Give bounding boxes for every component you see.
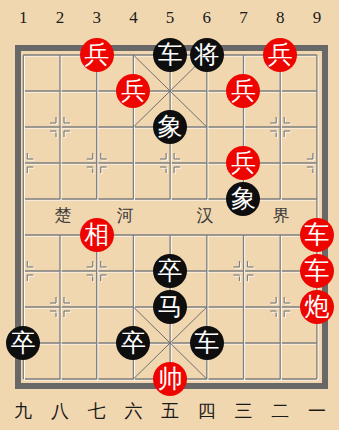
piece-black-elephant-1[interactable]: 象 bbox=[153, 110, 187, 144]
bottom-file-label-5: 五 bbox=[155, 400, 185, 422]
bottom-file-label-2: 八 bbox=[45, 400, 75, 422]
bottom-file-label-3: 七 bbox=[82, 400, 112, 422]
intersection-f9-r8: 炮 bbox=[299, 289, 336, 325]
piece-red-pawn-2[interactable]: 兵 bbox=[263, 38, 297, 72]
intersection-f5-r8: 马 bbox=[152, 289, 189, 325]
intersection-f4-r2: 兵 bbox=[115, 73, 152, 109]
intersection-f5-r7: 卒 bbox=[152, 253, 189, 289]
piece-black-soldier-1[interactable]: 卒 bbox=[153, 254, 187, 288]
bottom-file-label-6: 四 bbox=[192, 400, 222, 422]
intersection-f9-r7: 车 bbox=[299, 253, 336, 289]
bottom-file-label-8: 二 bbox=[265, 400, 295, 422]
intersection-f3-r1: 兵 bbox=[78, 37, 115, 73]
piece-red-pawn-3[interactable]: 兵 bbox=[116, 74, 150, 108]
piece-red-pawn-4[interactable]: 兵 bbox=[226, 74, 260, 108]
piece-black-horse[interactable]: 马 bbox=[153, 290, 187, 324]
intersection-f9-r6: 车 bbox=[299, 217, 336, 253]
intersection-f7-r5: 象 bbox=[225, 181, 262, 217]
xiangqi-board-screen: 123456789 楚河汉界 兵车将兵兵兵象兵象相车卒车马炮卒卒车帅 九八七六五… bbox=[0, 0, 339, 430]
intersection-f5-r10: 帅 bbox=[152, 361, 189, 397]
intersection-f6-r9: 车 bbox=[188, 325, 225, 361]
piece-layer: 兵车将兵兵兵象兵象相车卒车马炮卒卒车帅 bbox=[5, 37, 335, 397]
intersection-f4-r9: 卒 bbox=[115, 325, 152, 361]
bottom-file-label-7: 三 bbox=[229, 400, 259, 422]
piece-red-pawn-1[interactable]: 兵 bbox=[80, 38, 114, 72]
piece-red-pawn-5[interactable]: 兵 bbox=[226, 146, 260, 180]
bottom-file-label-9: 一 bbox=[302, 400, 332, 422]
intersection-f6-r1: 将 bbox=[188, 37, 225, 73]
bottom-file-label-1: 九 bbox=[8, 400, 38, 422]
bottom-file-label-4: 六 bbox=[118, 400, 148, 422]
piece-red-general[interactable]: 帅 bbox=[153, 362, 187, 396]
intersection-f5-r1: 车 bbox=[152, 37, 189, 73]
piece-red-cannon[interactable]: 炮 bbox=[300, 290, 334, 324]
intersection-f3-r6: 相 bbox=[78, 217, 115, 253]
intersection-f5-r3: 象 bbox=[152, 109, 189, 145]
piece-black-soldier-2[interactable]: 卒 bbox=[6, 326, 40, 360]
piece-red-chariot-2[interactable]: 车 bbox=[300, 254, 334, 288]
piece-black-soldier-3[interactable]: 卒 bbox=[116, 326, 150, 360]
intersection-f7-r4: 兵 bbox=[225, 145, 262, 181]
piece-black-chariot-1[interactable]: 车 bbox=[153, 38, 187, 72]
piece-black-general[interactable]: 将 bbox=[190, 38, 224, 72]
intersection-f1-r9: 卒 bbox=[5, 325, 42, 361]
piece-red-elephant[interactable]: 相 bbox=[80, 218, 114, 252]
piece-black-chariot-2[interactable]: 车 bbox=[190, 326, 224, 360]
intersection-f8-r1: 兵 bbox=[262, 37, 299, 73]
piece-black-elephant-2[interactable]: 象 bbox=[226, 182, 260, 216]
intersection-f7-r2: 兵 bbox=[225, 73, 262, 109]
piece-red-chariot-1[interactable]: 车 bbox=[300, 218, 334, 252]
